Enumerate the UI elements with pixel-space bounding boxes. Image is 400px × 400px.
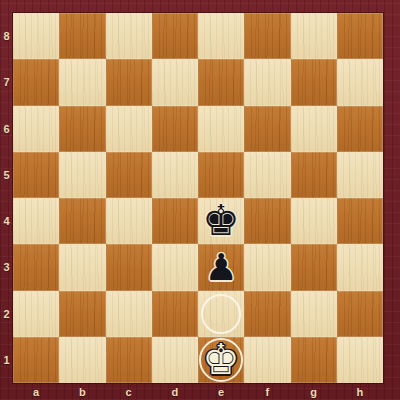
rank-label-2: 2	[0, 291, 13, 337]
square-c3[interactable]	[106, 244, 152, 290]
white-king-e1[interactable]: ♚	[198, 337, 244, 383]
square-e5[interactable]	[198, 152, 244, 198]
rank-labels: 87654321	[0, 13, 13, 383]
rank-label-6: 6	[0, 106, 13, 152]
file-label-f: f	[244, 383, 290, 400]
square-c7[interactable]	[106, 59, 152, 105]
square-a3[interactable]	[13, 244, 59, 290]
square-a4[interactable]	[13, 198, 59, 244]
square-h2[interactable]	[337, 291, 383, 337]
file-label-c: c	[106, 383, 152, 400]
square-b3[interactable]	[59, 244, 105, 290]
square-b5[interactable]	[59, 152, 105, 198]
square-g6[interactable]	[291, 106, 337, 152]
square-e4[interactable]: ♚	[198, 198, 244, 244]
square-g8[interactable]	[291, 13, 337, 59]
square-f2[interactable]	[244, 291, 290, 337]
square-f6[interactable]	[244, 106, 290, 152]
chess-board: ♚♟♚	[13, 13, 383, 383]
square-a1[interactable]	[13, 337, 59, 383]
square-g3[interactable]	[291, 244, 337, 290]
square-b4[interactable]	[59, 198, 105, 244]
square-c2[interactable]	[106, 291, 152, 337]
square-d3[interactable]	[152, 244, 198, 290]
file-label-d: d	[152, 383, 198, 400]
square-c6[interactable]	[106, 106, 152, 152]
square-f3[interactable]	[244, 244, 290, 290]
square-d5[interactable]	[152, 152, 198, 198]
square-d7[interactable]	[152, 59, 198, 105]
square-f8[interactable]	[244, 13, 290, 59]
black-pawn-e3[interactable]: ♟	[198, 244, 244, 290]
black-king-e4[interactable]: ♚	[198, 198, 244, 244]
square-g7[interactable]	[291, 59, 337, 105]
square-c1[interactable]	[106, 337, 152, 383]
square-a2[interactable]	[13, 291, 59, 337]
square-b1[interactable]	[59, 337, 105, 383]
rank-label-8: 8	[0, 13, 13, 59]
square-g2[interactable]	[291, 291, 337, 337]
square-d6[interactable]	[152, 106, 198, 152]
square-h7[interactable]	[337, 59, 383, 105]
square-g5[interactable]	[291, 152, 337, 198]
square-c5[interactable]	[106, 152, 152, 198]
file-labels: abcdefgh	[13, 383, 383, 400]
board-frame: ♚♟♚ 87654321 abcdefgh	[0, 0, 400, 400]
square-d8[interactable]	[152, 13, 198, 59]
file-label-g: g	[291, 383, 337, 400]
square-a5[interactable]	[13, 152, 59, 198]
square-a7[interactable]	[13, 59, 59, 105]
rank-label-7: 7	[0, 59, 13, 105]
square-d2[interactable]	[152, 291, 198, 337]
file-label-h: h	[337, 383, 383, 400]
rank-label-5: 5	[0, 152, 13, 198]
square-d1[interactable]	[152, 337, 198, 383]
square-h8[interactable]	[337, 13, 383, 59]
square-b6[interactable]	[59, 106, 105, 152]
rank-label-3: 3	[0, 244, 13, 290]
square-a6[interactable]	[13, 106, 59, 152]
square-e3[interactable]: ♟	[198, 244, 244, 290]
square-h1[interactable]	[337, 337, 383, 383]
square-g4[interactable]	[291, 198, 337, 244]
square-f5[interactable]	[244, 152, 290, 198]
square-h4[interactable]	[337, 198, 383, 244]
square-c8[interactable]	[106, 13, 152, 59]
square-e1[interactable]: ♚	[198, 337, 244, 383]
square-h6[interactable]	[337, 106, 383, 152]
file-label-a: a	[13, 383, 59, 400]
square-g1[interactable]	[291, 337, 337, 383]
square-h3[interactable]	[337, 244, 383, 290]
square-f4[interactable]	[244, 198, 290, 244]
square-e2[interactable]	[198, 291, 244, 337]
square-d4[interactable]	[152, 198, 198, 244]
square-c4[interactable]	[106, 198, 152, 244]
square-f1[interactable]	[244, 337, 290, 383]
file-label-b: b	[59, 383, 105, 400]
square-e8[interactable]	[198, 13, 244, 59]
square-b2[interactable]	[59, 291, 105, 337]
rank-label-1: 1	[0, 337, 13, 383]
annotation-circle-e2	[201, 294, 241, 334]
square-f7[interactable]	[244, 59, 290, 105]
square-h5[interactable]	[337, 152, 383, 198]
file-label-e: e	[198, 383, 244, 400]
rank-label-4: 4	[0, 198, 13, 244]
square-a8[interactable]	[13, 13, 59, 59]
square-e6[interactable]	[198, 106, 244, 152]
square-e7[interactable]	[198, 59, 244, 105]
square-b8[interactable]	[59, 13, 105, 59]
square-b7[interactable]	[59, 59, 105, 105]
